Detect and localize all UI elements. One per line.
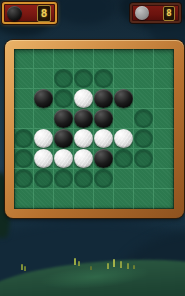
legal-move-hint[interactable] <box>94 169 113 188</box>
legal-move-hint[interactable] <box>14 169 33 188</box>
legal-move-hint[interactable] <box>94 69 113 88</box>
cell-c2[interactable] <box>54 69 74 89</box>
cell-e4 <box>94 109 114 129</box>
grass-tuft <box>113 259 115 267</box>
cell-f2[interactable] <box>114 69 134 89</box>
legal-move-hint[interactable] <box>134 109 153 128</box>
cell-h2[interactable] <box>154 69 174 89</box>
white-disc <box>34 129 53 148</box>
cell-f1[interactable] <box>114 49 134 69</box>
white-disc <box>74 149 93 168</box>
cell-a4[interactable] <box>14 109 34 129</box>
cell-b1[interactable] <box>34 49 54 69</box>
cell-d2[interactable] <box>74 69 94 89</box>
cell-e2[interactable] <box>94 69 114 89</box>
legal-move-hint[interactable] <box>54 169 73 188</box>
cell-a6[interactable] <box>14 149 34 169</box>
grass-tuft <box>90 266 92 270</box>
cell-f6[interactable] <box>114 149 134 169</box>
cell-h1[interactable] <box>154 49 174 69</box>
cell-e3 <box>94 89 114 109</box>
cell-a7[interactable] <box>14 169 34 189</box>
cell-g3[interactable] <box>134 89 154 109</box>
black-disc <box>34 89 53 108</box>
white-disc <box>74 89 93 108</box>
cell-h3[interactable] <box>154 89 174 109</box>
grass-tuft <box>78 261 80 266</box>
legal-move-hint[interactable] <box>134 149 153 168</box>
cell-b6 <box>34 149 54 169</box>
cell-f3 <box>114 89 134 109</box>
grass-tuft <box>133 265 135 269</box>
legal-move-hint[interactable] <box>74 169 93 188</box>
black-score-counter: 8 <box>37 5 51 22</box>
cell-d1[interactable] <box>74 49 94 69</box>
cell-e5 <box>94 129 114 149</box>
cell-g5[interactable] <box>134 129 154 149</box>
grass-tuft <box>21 264 23 270</box>
cell-c5 <box>54 129 74 149</box>
cell-c4 <box>54 109 74 129</box>
cell-c1[interactable] <box>54 49 74 69</box>
cell-e8[interactable] <box>94 189 114 209</box>
legal-move-hint[interactable] <box>134 129 153 148</box>
white-disc <box>114 129 133 148</box>
white-score-counter: 8 <box>163 6 175 21</box>
cell-h8[interactable] <box>154 189 174 209</box>
cell-d6 <box>74 149 94 169</box>
board-grid[interactable] <box>14 49 174 209</box>
grass-tuft <box>127 263 129 269</box>
grass-tuft <box>120 261 122 268</box>
black-disc <box>94 89 113 108</box>
cell-f5 <box>114 129 134 149</box>
cell-b8[interactable] <box>34 189 54 209</box>
cell-d5 <box>74 129 94 149</box>
cell-f8[interactable] <box>114 189 134 209</box>
cell-c3[interactable] <box>54 89 74 109</box>
cell-g6[interactable] <box>134 149 154 169</box>
legal-move-hint[interactable] <box>114 149 133 168</box>
cell-b3 <box>34 89 54 109</box>
white-score-panel: 8 <box>130 3 181 23</box>
black-disc-icon <box>7 6 22 21</box>
cell-d8[interactable] <box>74 189 94 209</box>
cell-g4[interactable] <box>134 109 154 129</box>
grass-tuft <box>24 266 26 271</box>
cell-d3 <box>74 89 94 109</box>
legal-move-hint[interactable] <box>54 69 73 88</box>
black-disc <box>54 109 73 128</box>
cell-a1[interactable] <box>14 49 34 69</box>
cell-e6 <box>94 149 114 169</box>
white-disc <box>94 129 113 148</box>
white-disc <box>34 149 53 168</box>
black-disc <box>54 129 73 148</box>
cell-b2[interactable] <box>34 69 54 89</box>
black-score-panel: 8 <box>2 2 57 24</box>
cell-h7[interactable] <box>154 169 174 189</box>
cell-b7[interactable] <box>34 169 54 189</box>
cell-e7[interactable] <box>94 169 114 189</box>
cell-h5[interactable] <box>154 129 174 149</box>
white-disc <box>54 149 73 168</box>
cell-b5 <box>34 129 54 149</box>
white-disc <box>74 129 93 148</box>
cell-d7[interactable] <box>74 169 94 189</box>
cell-b4[interactable] <box>34 109 54 129</box>
cell-c8[interactable] <box>54 189 74 209</box>
white-disc-icon <box>135 6 149 20</box>
cell-g2[interactable] <box>134 69 154 89</box>
cell-e1[interactable] <box>94 49 114 69</box>
cell-h6[interactable] <box>154 149 174 169</box>
cell-c7[interactable] <box>54 169 74 189</box>
cell-a3[interactable] <box>14 89 34 109</box>
cell-a5[interactable] <box>14 129 34 149</box>
cell-g1[interactable] <box>134 49 154 69</box>
board-frame <box>5 40 184 218</box>
black-disc <box>114 89 133 108</box>
grass-tuft <box>107 263 109 269</box>
cell-g8[interactable] <box>134 189 154 209</box>
cell-a2[interactable] <box>14 69 34 89</box>
cell-f4[interactable] <box>114 109 134 129</box>
cell-d4 <box>74 109 94 129</box>
cell-c6 <box>54 149 74 169</box>
cell-g7[interactable] <box>134 169 154 189</box>
cell-h4[interactable] <box>154 109 174 129</box>
black-disc <box>94 109 113 128</box>
legal-move-hint[interactable] <box>54 89 73 108</box>
legal-move-hint[interactable] <box>74 69 93 88</box>
legal-move-hint[interactable] <box>34 169 53 188</box>
grass-tuft <box>74 258 76 265</box>
cell-a8[interactable] <box>14 189 34 209</box>
black-disc <box>94 149 113 168</box>
black-disc <box>74 109 93 128</box>
legal-move-hint[interactable] <box>14 149 33 168</box>
legal-move-hint[interactable] <box>14 129 33 148</box>
cell-f7[interactable] <box>114 169 134 189</box>
